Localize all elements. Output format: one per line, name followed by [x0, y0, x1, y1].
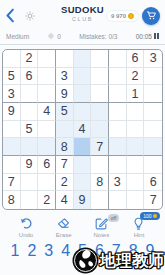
pause-button[interactable] [154, 33, 159, 39]
cell-r8c9[interactable]: 6 [144, 174, 162, 192]
coin-icon [153, 214, 157, 218]
erase-label: Erase [56, 232, 72, 238]
cell-r4c1[interactable]: 9 [3, 103, 21, 121]
hint-badge: 100 [140, 212, 160, 220]
cell-r2c7[interactable] [109, 68, 127, 86]
cell-r7c5[interactable] [74, 156, 92, 174]
gear-score-icon [47, 32, 55, 40]
cell-r6c7[interactable] [109, 138, 127, 156]
eraser-icon [56, 216, 71, 231]
pause-icon [157, 33, 159, 39]
coin-balance: 9 970 [106, 10, 139, 22]
notes-badge: off [108, 214, 119, 222]
cell-r2c5[interactable] [74, 68, 92, 86]
cell-r5c9[interactable] [144, 121, 162, 139]
cell-r5c5[interactable]: 4 [74, 121, 92, 139]
cell-r3c6[interactable] [91, 85, 109, 103]
cell-r8c2[interactable] [21, 174, 39, 192]
cell-r7c3[interactable]: 6 [38, 156, 56, 174]
cell-r7c7[interactable] [109, 156, 127, 174]
timer-group: 00:05 [136, 33, 159, 40]
cell-r8c1[interactable]: 7 [3, 174, 21, 192]
cell-r7c9[interactable] [144, 156, 162, 174]
cell-r3c1[interactable]: 3 [3, 85, 21, 103]
hint-cost: 100 [143, 214, 151, 219]
cell-r4c7[interactable] [109, 103, 127, 121]
toolbar: Undo Erase off Notes 100 Hint [0, 216, 165, 238]
cell-r8c5[interactable] [74, 174, 92, 192]
cell-r6c5[interactable] [74, 138, 92, 156]
numpad-button-6[interactable]: 6 [93, 242, 105, 260]
cell-r3c2[interactable] [21, 85, 39, 103]
cell-r2c4[interactable]: 3 [56, 68, 74, 86]
cell-r9c8[interactable] [127, 191, 145, 209]
cell-r2c3[interactable] [38, 68, 56, 86]
undo-label: Undo [19, 232, 33, 238]
cell-r7c6[interactable] [91, 156, 109, 174]
hint-label: Hint [134, 232, 145, 238]
cell-r9c4[interactable]: 4 [56, 191, 74, 209]
cell-r6c9[interactable] [144, 138, 162, 156]
mistakes-label: Mistakes: 0/3 [79, 33, 117, 40]
cell-r9c7[interactable] [109, 191, 127, 209]
cell-r4c3[interactable]: 4 [38, 103, 56, 121]
shop-button[interactable] [142, 7, 160, 25]
cell-r5c8[interactable] [127, 121, 145, 139]
cell-r3c9[interactable] [144, 85, 162, 103]
cell-r5c2[interactable]: 5 [21, 121, 39, 139]
cell-r7c8[interactable] [127, 156, 145, 174]
hint-button[interactable]: 100 Hint [126, 216, 152, 238]
numpad: 1 2 3 4 5 6 7 8 9 [0, 242, 165, 260]
cell-r7c2[interactable]: 9 [21, 156, 39, 174]
cell-r4c9[interactable] [144, 103, 162, 121]
cell-r4c8[interactable] [127, 103, 145, 121]
score-group: 0 [47, 32, 61, 40]
cell-r1c3[interactable] [38, 50, 56, 68]
pause-icon [154, 33, 156, 39]
cell-r3c7[interactable] [109, 85, 127, 103]
cell-r5c4[interactable] [56, 121, 74, 139]
cell-r8c6[interactable]: 8 [91, 174, 109, 192]
cell-r2c9[interactable] [144, 68, 162, 86]
notes-button[interactable]: off Notes [88, 216, 114, 238]
cell-r9c6[interactable] [91, 191, 109, 209]
cell-r5c3[interactable] [38, 121, 56, 139]
numpad-button-8[interactable]: 8 [127, 242, 139, 260]
numpad-button-4[interactable]: 4 [60, 242, 72, 260]
pencil-square-icon [94, 216, 109, 231]
cell-r1c4[interactable] [56, 50, 74, 68]
score-value: 0 [57, 33, 61, 40]
notes-label: Notes [93, 232, 109, 238]
cell-r9c3[interactable]: 2 [38, 191, 56, 209]
undo-arrow-icon [19, 216, 34, 231]
header: SUDOKU CLUB 9 970 [0, 0, 165, 28]
cell-r3c4[interactable]: 9 [56, 85, 74, 103]
sudoku-board: 263563239194554879677283682497 [2, 49, 163, 210]
cell-r1c7[interactable] [109, 50, 127, 68]
coin-count: 9 970 [111, 13, 126, 19]
cell-r5c7[interactable] [109, 121, 127, 139]
cell-r1c8[interactable]: 6 [127, 50, 145, 68]
shopping-cart-icon [146, 10, 157, 21]
status-bar: Medium 0 Mistakes: 0/3 00:05 [0, 28, 165, 45]
cell-r2c1[interactable]: 5 [3, 68, 21, 86]
title-text: SUDOKU [61, 5, 104, 15]
difficulty-label: Medium [6, 33, 29, 40]
cell-r6c3[interactable] [38, 138, 56, 156]
cell-r7c4[interactable]: 7 [56, 156, 74, 174]
coin-icon [128, 13, 134, 19]
cell-r5c1[interactable] [3, 121, 21, 139]
numpad-button-9[interactable]: 9 [144, 242, 156, 260]
cell-r4c4[interactable]: 5 [56, 103, 74, 121]
cell-r6c1[interactable] [3, 138, 21, 156]
numpad-button-3[interactable]: 3 [43, 242, 55, 260]
cell-r6c8[interactable] [127, 138, 145, 156]
cell-r4c6[interactable] [91, 103, 109, 121]
cell-r9c1[interactable]: 8 [3, 191, 21, 209]
cell-r8c3[interactable] [38, 174, 56, 192]
numpad-button-7[interactable]: 7 [110, 242, 122, 260]
erase-button[interactable]: Erase [51, 216, 77, 238]
cell-r6c6[interactable]: 7 [91, 138, 109, 156]
back-button[interactable] [5, 9, 15, 23]
cell-r8c4[interactable]: 2 [56, 174, 74, 192]
subtitle-text: CLUB [61, 17, 104, 23]
cell-r1c5[interactable] [74, 50, 92, 68]
cell-r5c6[interactable] [91, 121, 109, 139]
cell-r6c2[interactable] [21, 138, 39, 156]
undo-button[interactable]: Undo [13, 216, 39, 238]
cell-r1c2[interactable]: 2 [21, 50, 39, 68]
cell-r1c1[interactable] [3, 50, 21, 68]
chevron-left-icon [5, 8, 15, 23]
cell-r1c6[interactable] [91, 50, 109, 68]
cell-r3c5[interactable] [74, 85, 92, 103]
numpad-button-5[interactable]: 5 [77, 242, 89, 260]
cell-r2c2[interactable]: 6 [21, 68, 39, 86]
cell-r6c4[interactable]: 8 [56, 138, 74, 156]
app-title: SUDOKU CLUB [61, 5, 104, 22]
cell-r9c5[interactable]: 9 [74, 191, 92, 209]
cell-r9c2[interactable] [21, 191, 39, 209]
cell-r4c5[interactable] [74, 103, 92, 121]
cell-r8c8[interactable] [127, 174, 145, 192]
cell-r9c9[interactable]: 7 [144, 191, 162, 209]
cell-r2c8[interactable]: 2 [127, 68, 145, 86]
numpad-button-2[interactable]: 2 [26, 242, 38, 260]
timer-value: 00:05 [136, 33, 152, 40]
gear-icon [24, 10, 36, 22]
cell-r4c2[interactable] [21, 103, 39, 121]
cell-r2c6[interactable] [91, 68, 109, 86]
cell-r1c9[interactable]: 3 [144, 50, 162, 68]
cell-r8c7[interactable]: 3 [109, 174, 127, 192]
header-right: 9 970 [106, 7, 160, 25]
numpad-button-1[interactable]: 1 [9, 242, 21, 260]
settings-button[interactable] [24, 10, 36, 22]
cell-r3c3[interactable] [38, 85, 56, 103]
cell-r3c8[interactable]: 1 [127, 85, 145, 103]
cell-r7c1[interactable] [3, 156, 21, 174]
